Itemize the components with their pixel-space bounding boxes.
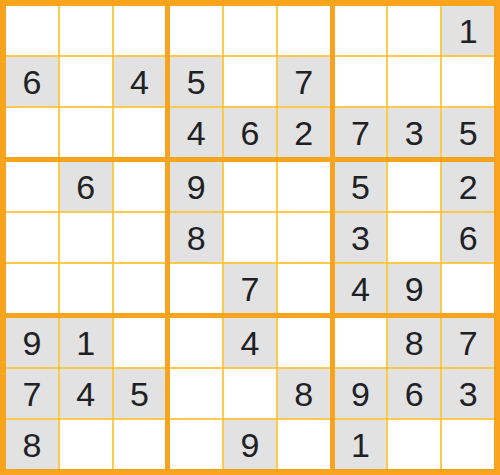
- cell-r5c2[interactable]: [60, 213, 112, 262]
- box-2-2: 987: [170, 162, 329, 313]
- cell-r7c5[interactable]: 4: [224, 318, 276, 367]
- cell-r6c9[interactable]: [442, 264, 494, 313]
- cell-r2c4[interactable]: 5: [170, 57, 222, 106]
- cell-r6c1[interactable]: [6, 264, 58, 313]
- cell-r1c9[interactable]: 1: [442, 6, 494, 55]
- box-3-1: 917458: [6, 318, 165, 469]
- cell-r1c1[interactable]: [6, 6, 58, 55]
- cell-r3c4[interactable]: 4: [170, 108, 222, 157]
- cell-r4c1[interactable]: [6, 162, 58, 211]
- cell-r4c4[interactable]: 9: [170, 162, 222, 211]
- box-3-3: 879631: [335, 318, 494, 469]
- cell-r9c3[interactable]: [114, 420, 166, 469]
- cell-r5c3[interactable]: [114, 213, 166, 262]
- cell-r2c7[interactable]: [335, 57, 387, 106]
- cell-r7c2[interactable]: 1: [60, 318, 112, 367]
- cell-r9c1[interactable]: 8: [6, 420, 58, 469]
- cell-r8c6[interactable]: 8: [278, 369, 330, 418]
- cell-r5c1[interactable]: [6, 213, 58, 262]
- cell-r1c4[interactable]: [170, 6, 222, 55]
- cell-r9c6[interactable]: [278, 420, 330, 469]
- cell-r6c7[interactable]: 4: [335, 264, 387, 313]
- cell-r9c7[interactable]: 1: [335, 420, 387, 469]
- cell-r9c9[interactable]: [442, 420, 494, 469]
- cell-r1c8[interactable]: [388, 6, 440, 55]
- box-1-2: 57462: [170, 6, 329, 157]
- cell-r6c2[interactable]: [60, 264, 112, 313]
- cell-r2c6[interactable]: 7: [278, 57, 330, 106]
- cell-r1c6[interactable]: [278, 6, 330, 55]
- cell-r4c8[interactable]: [388, 162, 440, 211]
- cell-r9c8[interactable]: [388, 420, 440, 469]
- cell-r5c6[interactable]: [278, 213, 330, 262]
- cell-r9c2[interactable]: [60, 420, 112, 469]
- cell-r7c8[interactable]: 8: [388, 318, 440, 367]
- cell-r2c8[interactable]: [388, 57, 440, 106]
- cell-r3c5[interactable]: 6: [224, 108, 276, 157]
- cell-r8c5[interactable]: [224, 369, 276, 418]
- cell-r2c1[interactable]: 6: [6, 57, 58, 106]
- cell-r2c5[interactable]: [224, 57, 276, 106]
- box-2-3: 523649: [335, 162, 494, 313]
- cell-r2c3[interactable]: 4: [114, 57, 166, 106]
- cell-r8c3[interactable]: 5: [114, 369, 166, 418]
- cell-r6c3[interactable]: [114, 264, 166, 313]
- cell-r3c3[interactable]: [114, 108, 166, 157]
- cell-r7c4[interactable]: [170, 318, 222, 367]
- cell-r4c5[interactable]: [224, 162, 276, 211]
- cell-r5c4[interactable]: 8: [170, 213, 222, 262]
- cell-r4c7[interactable]: 5: [335, 162, 387, 211]
- sudoku-board: 645746217356987523649917458489879631: [0, 0, 500, 475]
- cell-r6c4[interactable]: [170, 264, 222, 313]
- cell-r6c8[interactable]: 9: [388, 264, 440, 313]
- cell-r1c3[interactable]: [114, 6, 166, 55]
- box-3-2: 489: [170, 318, 329, 469]
- box-1-3: 1735: [335, 6, 494, 157]
- cell-r8c1[interactable]: 7: [6, 369, 58, 418]
- cell-r5c5[interactable]: [224, 213, 276, 262]
- cell-r6c5[interactable]: 7: [224, 264, 276, 313]
- cell-r8c9[interactable]: 3: [442, 369, 494, 418]
- cell-r9c5[interactable]: 9: [224, 420, 276, 469]
- cell-r3c6[interactable]: 2: [278, 108, 330, 157]
- cell-r2c2[interactable]: [60, 57, 112, 106]
- cell-r7c9[interactable]: 7: [442, 318, 494, 367]
- cell-r8c7[interactable]: 9: [335, 369, 387, 418]
- cell-r1c5[interactable]: [224, 6, 276, 55]
- cell-r6c6[interactable]: [278, 264, 330, 313]
- cell-r3c2[interactable]: [60, 108, 112, 157]
- cell-r4c3[interactable]: [114, 162, 166, 211]
- cell-r5c9[interactable]: 6: [442, 213, 494, 262]
- cell-r8c2[interactable]: 4: [60, 369, 112, 418]
- cell-r4c2[interactable]: 6: [60, 162, 112, 211]
- cell-r3c1[interactable]: [6, 108, 58, 157]
- cell-r7c3[interactable]: [114, 318, 166, 367]
- box-1-1: 64: [6, 6, 165, 157]
- cell-r1c7[interactable]: [335, 6, 387, 55]
- cell-r9c4[interactable]: [170, 420, 222, 469]
- cell-r4c6[interactable]: [278, 162, 330, 211]
- box-2-1: 6: [6, 162, 165, 313]
- cell-r3c8[interactable]: 3: [388, 108, 440, 157]
- cell-r8c4[interactable]: [170, 369, 222, 418]
- cell-r7c7[interactable]: [335, 318, 387, 367]
- cell-r8c8[interactable]: 6: [388, 369, 440, 418]
- cell-r7c1[interactable]: 9: [6, 318, 58, 367]
- cell-r3c7[interactable]: 7: [335, 108, 387, 157]
- cell-r4c9[interactable]: 2: [442, 162, 494, 211]
- cell-r7c6[interactable]: [278, 318, 330, 367]
- cell-r5c7[interactable]: 3: [335, 213, 387, 262]
- cell-r2c9[interactable]: [442, 57, 494, 106]
- cell-r1c2[interactable]: [60, 6, 112, 55]
- cell-r5c8[interactable]: [388, 213, 440, 262]
- cell-r3c9[interactable]: 5: [442, 108, 494, 157]
